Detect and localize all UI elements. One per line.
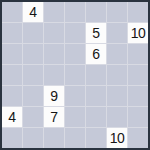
cell-r0c4[interactable] — [86, 2, 106, 22]
cell-r0c3[interactable] — [65, 2, 85, 22]
cell-r2c5[interactable] — [107, 44, 127, 64]
cell-r0c5[interactable] — [107, 2, 127, 22]
cell-r6c0[interactable] — [2, 128, 22, 148]
cell-r1c3[interactable] — [65, 23, 85, 43]
cell-r4c0[interactable] — [2, 86, 22, 106]
cell-r1c2[interactable] — [44, 23, 64, 43]
cell-r6c6[interactable] — [128, 128, 148, 148]
cell-r3c4[interactable] — [86, 65, 106, 85]
cell-r3c3[interactable] — [65, 65, 85, 85]
cell-r5c3[interactable] — [65, 107, 85, 127]
cell-r0c2[interactable] — [44, 2, 64, 22]
clue-cell-r5c2: 7 — [44, 107, 64, 127]
cell-r6c2[interactable] — [44, 128, 64, 148]
cell-r2c1[interactable] — [23, 44, 43, 64]
cell-r2c2[interactable] — [44, 44, 64, 64]
cell-r5c1[interactable] — [23, 107, 43, 127]
cell-r4c6[interactable] — [128, 86, 148, 106]
clue-cell-r2c4: 6 — [86, 44, 106, 64]
cell-r4c4[interactable] — [86, 86, 106, 106]
clue-cell-r5c0: 4 — [2, 107, 22, 127]
cell-r1c0[interactable] — [2, 23, 22, 43]
cell-r3c0[interactable] — [2, 65, 22, 85]
cell-r5c5[interactable] — [107, 107, 127, 127]
cell-r0c0[interactable] — [2, 2, 22, 22]
cell-r4c1[interactable] — [23, 86, 43, 106]
cell-r5c4[interactable] — [86, 107, 106, 127]
cell-r3c6[interactable] — [128, 65, 148, 85]
cell-r6c4[interactable] — [86, 128, 106, 148]
cell-r1c1[interactable] — [23, 23, 43, 43]
clue-cell-r0c1: 4 — [23, 2, 43, 22]
cell-r2c0[interactable] — [2, 44, 22, 64]
cell-r3c2[interactable] — [44, 65, 64, 85]
cell-r5c6[interactable] — [128, 107, 148, 127]
cell-r1c5[interactable] — [107, 23, 127, 43]
cell-r4c5[interactable] — [107, 86, 127, 106]
cell-r2c3[interactable] — [65, 44, 85, 64]
clue-cell-r1c6: 10 — [128, 23, 148, 43]
cell-r3c1[interactable] — [23, 65, 43, 85]
puzzle-board: 4510694710 — [0, 0, 150, 150]
clue-cell-r4c2: 9 — [44, 86, 64, 106]
cell-r6c3[interactable] — [65, 128, 85, 148]
clue-cell-r1c4: 5 — [86, 23, 106, 43]
cell-r2c6[interactable] — [128, 44, 148, 64]
clue-cell-r6c5: 10 — [107, 128, 127, 148]
cell-r0c6[interactable] — [128, 2, 148, 22]
cell-r6c1[interactable] — [23, 128, 43, 148]
cell-r4c3[interactable] — [65, 86, 85, 106]
cell-r3c5[interactable] — [107, 65, 127, 85]
